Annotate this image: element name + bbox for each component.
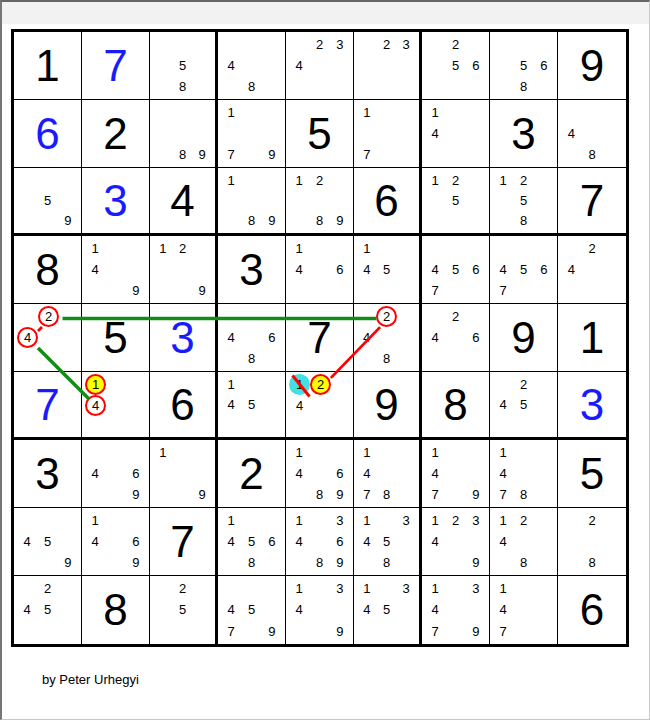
candidate-grid: 129 [150, 236, 215, 303]
candidate-grid: 1289 [286, 168, 353, 233]
cell-r1c1[interactable]: 1 [14, 32, 82, 100]
cell-r9c3[interactable]: 25 [150, 576, 218, 644]
cell-r4c8[interactable]: 4567 [490, 236, 558, 304]
cell-r4c2[interactable]: 149 [82, 236, 150, 304]
candidate-3: 3 [403, 38, 410, 51]
candidate-2: 2 [520, 514, 527, 527]
candidate-2: 2 [520, 378, 527, 391]
candidate-grid: 24 [558, 236, 626, 303]
candidate-2: 2 [310, 374, 331, 395]
candidate-4: 4 [568, 263, 575, 276]
candidate-grid: 149 [82, 236, 149, 303]
candidate-8: 8 [179, 148, 186, 161]
candidate-9: 9 [336, 488, 343, 501]
candidate-5: 5 [383, 535, 390, 548]
candidate-6: 6 [336, 535, 343, 548]
candidate-1: 1 [363, 106, 370, 119]
candidate-1: 1 [92, 514, 99, 527]
given-digit: 3 [511, 112, 535, 156]
candidate-grid: 124 [286, 372, 353, 437]
candidate-grid: 459 [14, 508, 81, 575]
candidate-4: 4 [432, 603, 439, 616]
candidate-8: 8 [520, 214, 527, 227]
given-digit: 9 [374, 383, 398, 427]
cell-r9c5[interactable]: 1349 [286, 576, 354, 644]
top-bar [2, 2, 649, 24]
cell-r2c3[interactable]: 89 [150, 100, 218, 168]
candidate-1: 1 [85, 374, 106, 395]
candidate-4: 4 [228, 59, 235, 72]
candidate-grid: 1258 [490, 168, 557, 233]
candidate-6: 6 [268, 535, 275, 548]
candidate-1: 1 [363, 514, 370, 527]
candidate-4: 4 [296, 603, 303, 616]
candidate-7: 7 [228, 148, 235, 161]
candidate-8: 8 [383, 556, 390, 569]
candidate-4: 4 [92, 263, 99, 276]
candidate-1: 1 [432, 582, 439, 595]
candidate-5: 5 [248, 603, 255, 616]
candidate-8: 8 [316, 488, 323, 501]
cell-r8c1[interactable]: 459 [14, 508, 82, 576]
candidate-1: 1 [500, 174, 507, 187]
candidate-9: 9 [472, 556, 479, 569]
given-digit: 5 [103, 316, 127, 360]
candidate-6: 6 [336, 263, 343, 276]
candidate-8: 8 [248, 352, 255, 365]
cell-r3c8[interactable]: 1258 [490, 168, 558, 236]
sudoku-app-window: 1758482342325656896289179517143485934189… [0, 0, 650, 720]
candidate-grid: 245 [490, 372, 557, 437]
cell-r5c5[interactable]: 7 [286, 304, 354, 372]
cell-r2c7[interactable]: 14 [422, 100, 490, 168]
candidate-grid: 89 [150, 100, 215, 167]
candidate-2: 2 [520, 174, 527, 187]
candidate-6: 6 [472, 331, 479, 344]
candidate-5: 5 [452, 59, 459, 72]
given-digit: 6 [170, 383, 194, 427]
cell-r7c4[interactable]: 2 [218, 440, 286, 508]
candidate-4: 4 [92, 535, 99, 548]
candidate-9: 9 [472, 488, 479, 501]
cell-r4c4[interactable]: 3 [218, 236, 286, 304]
candidate-grid: 1349 [286, 576, 353, 644]
candidate-4: 4 [432, 535, 439, 548]
candidate-grid: 147 [490, 576, 557, 644]
cell-r1c4[interactable]: 48 [218, 32, 286, 100]
candidate-4: 4 [24, 603, 31, 616]
given-digit: 6 [580, 588, 604, 632]
cell-r7c7[interactable]: 1479 [422, 440, 490, 508]
candidate-3: 3 [336, 38, 343, 51]
candidate-9: 9 [199, 488, 206, 501]
candidate-grid: 23 [354, 32, 419, 99]
candidate-4: 4 [296, 399, 303, 412]
candidate-4: 4 [296, 263, 303, 276]
candidate-1: 1 [363, 242, 370, 255]
candidate-grid: 13458 [354, 508, 419, 575]
cell-r6c6[interactable]: 9 [354, 372, 422, 440]
candidate-4: 4 [432, 127, 439, 140]
candidate-1: 1 [296, 582, 303, 595]
cell-r2c5[interactable]: 5 [286, 100, 354, 168]
candidate-4: 4 [228, 398, 235, 411]
candidate-2: 2 [179, 242, 186, 255]
candidate-7: 7 [432, 284, 439, 297]
candidate-1: 1 [289, 374, 310, 395]
candidate-grid: 59 [14, 168, 81, 233]
candidate-1: 1 [500, 514, 507, 527]
candidate-4: 4 [432, 263, 439, 276]
candidate-5: 5 [248, 535, 255, 548]
candidate-grid: 1345 [354, 576, 419, 644]
cell-r3c4[interactable]: 189 [218, 168, 286, 236]
cell-r9c9[interactable]: 6 [558, 576, 626, 644]
candidate-1: 1 [159, 242, 166, 255]
candidate-4: 4 [568, 127, 575, 140]
cell-r8c3[interactable]: 7 [150, 508, 218, 576]
given-digit: 9 [580, 44, 604, 88]
candidate-2: 2 [452, 38, 459, 51]
candidate-5: 5 [179, 59, 186, 72]
candidate-4: 4 [500, 398, 507, 411]
candidate-5: 5 [44, 535, 51, 548]
candidate-7: 7 [500, 284, 507, 297]
candidate-grid: 145 [218, 372, 285, 437]
candidate-4: 4 [228, 603, 235, 616]
cell-r9c8[interactable]: 147 [490, 576, 558, 644]
candidate-5: 5 [383, 263, 390, 276]
candidate-9: 9 [132, 556, 139, 569]
candidate-7: 7 [500, 625, 507, 638]
cell-r1c5[interactable]: 234 [286, 32, 354, 100]
cell-r1c8[interactable]: 568 [490, 32, 558, 100]
cell-r3c5[interactable]: 1289 [286, 168, 354, 236]
cell-r9c1[interactable]: 245 [14, 576, 82, 644]
candidate-2: 2 [588, 514, 595, 527]
candidate-8: 8 [520, 80, 527, 93]
candidate-grid: 25 [150, 576, 215, 644]
candidate-4: 4 [363, 535, 370, 548]
candidate-grid: 14689 [286, 440, 353, 507]
candidate-9: 9 [336, 556, 343, 569]
candidate-4: 4 [363, 263, 370, 276]
cell-r3c3[interactable]: 4 [150, 168, 218, 236]
candidate-9: 9 [268, 148, 275, 161]
candidate-grid: 1248 [490, 508, 557, 575]
candidate-3: 3 [336, 582, 343, 595]
candidate-grid: 189 [218, 168, 285, 233]
candidate-3: 3 [403, 514, 410, 527]
author-caption: by Peter Urhegyi [42, 672, 139, 687]
candidate-2: 2 [452, 174, 459, 187]
candidate-5: 5 [44, 194, 51, 207]
cell-r7c9[interactable]: 5 [558, 440, 626, 508]
candidate-1: 1 [159, 446, 166, 459]
candidate-5: 5 [520, 59, 527, 72]
candidate-5: 5 [452, 194, 459, 207]
given-digit: 8 [35, 248, 59, 292]
cell-r7c2[interactable]: 469 [82, 440, 150, 508]
cell-r6c1[interactable]: 7 [14, 372, 82, 440]
candidate-8: 8 [179, 80, 186, 93]
candidate-2: 2 [452, 514, 459, 527]
candidate-grid: 134689 [286, 508, 353, 575]
candidate-4: 4 [432, 331, 439, 344]
candidate-grid: 14 [82, 372, 149, 437]
given-digit: 9 [511, 316, 535, 360]
candidate-grid: 13479 [422, 576, 489, 644]
candidate-grid: 17 [354, 100, 419, 167]
candidate-1: 1 [363, 582, 370, 595]
candidate-grid: 24 [14, 304, 81, 371]
cell-r5c7[interactable]: 246 [422, 304, 490, 372]
sudoku-board: 1758482342325656896289179517143485934189… [11, 29, 629, 647]
cell-r9c6[interactable]: 1345 [354, 576, 422, 644]
candidate-1: 1 [296, 514, 303, 527]
cell-r4c7[interactable]: 4567 [422, 236, 490, 304]
cell-r6c9[interactable]: 3 [558, 372, 626, 440]
cell-r3c9[interactable]: 7 [558, 168, 626, 236]
candidate-4: 4 [500, 467, 507, 480]
candidate-9: 9 [64, 214, 71, 227]
cell-r5c4[interactable]: 468 [218, 304, 286, 372]
candidate-8: 8 [248, 556, 255, 569]
candidate-grid: 234 [286, 32, 353, 99]
candidate-9: 9 [199, 148, 206, 161]
candidate-6: 6 [132, 535, 139, 548]
candidate-4: 4 [296, 467, 303, 480]
cell-r2c9[interactable]: 48 [558, 100, 626, 168]
candidate-grid: 19 [150, 440, 215, 507]
cell-r8c2[interactable]: 1469 [82, 508, 150, 576]
candidate-7: 7 [363, 148, 370, 161]
cell-r2c1[interactable]: 6 [14, 100, 82, 168]
solved-digit: 3 [103, 179, 127, 223]
candidate-grid: 468 [218, 304, 285, 371]
candidate-1: 1 [228, 106, 235, 119]
candidate-4: 4 [85, 395, 106, 416]
cell-r2c8[interactable]: 3 [490, 100, 558, 168]
cell-r8c6[interactable]: 13458 [354, 508, 422, 576]
cell-r9c2[interactable]: 8 [82, 576, 150, 644]
cell-r7c5[interactable]: 14689 [286, 440, 354, 508]
cell-r1c7[interactable]: 256 [422, 32, 490, 100]
candidate-grid: 14 [422, 100, 489, 167]
candidate-3: 3 [472, 582, 479, 595]
cell-r3c2[interactable]: 3 [82, 168, 150, 236]
cell-r1c9[interactable]: 9 [558, 32, 626, 100]
candidate-1: 1 [228, 174, 235, 187]
candidate-grid: 14568 [218, 508, 285, 575]
candidate-9: 9 [132, 488, 139, 501]
candidate-9: 9 [268, 214, 275, 227]
candidate-3: 3 [472, 514, 479, 527]
candidate-grid: 246 [422, 304, 489, 371]
candidate-5: 5 [520, 263, 527, 276]
candidate-1: 1 [228, 514, 235, 527]
candidate-5: 5 [383, 603, 390, 616]
given-digit: 5 [307, 112, 331, 156]
given-digit: 8 [103, 588, 127, 632]
cell-r2c2[interactable]: 2 [82, 100, 150, 168]
candidate-2: 2 [383, 38, 390, 51]
candidate-grid: 4579 [218, 576, 285, 644]
given-digit: 7 [307, 316, 331, 360]
candidate-grid: 58 [150, 32, 215, 99]
cell-r2c6[interactable]: 17 [354, 100, 422, 168]
cell-r6c5[interactable]: 124 [286, 372, 354, 440]
cell-r9c4[interactable]: 4579 [218, 576, 286, 644]
candidate-9: 9 [64, 556, 71, 569]
candidate-grid: 145 [354, 236, 419, 303]
given-digit: 8 [443, 383, 467, 427]
cell-r7c1[interactable]: 3 [14, 440, 82, 508]
candidate-4: 4 [500, 263, 507, 276]
cell-r6c8[interactable]: 245 [490, 372, 558, 440]
candidate-2: 2 [452, 310, 459, 323]
candidate-grid: 4567 [422, 236, 489, 303]
candidate-1: 1 [432, 514, 439, 527]
candidate-7: 7 [363, 488, 370, 501]
candidate-4: 4 [296, 59, 303, 72]
candidate-5: 5 [179, 603, 186, 616]
candidate-4: 4 [296, 535, 303, 548]
candidate-grid: 4567 [490, 236, 557, 303]
cell-r7c6[interactable]: 1478 [354, 440, 422, 508]
candidate-2: 2 [44, 582, 51, 595]
candidate-4: 4 [228, 331, 235, 344]
candidate-6: 6 [268, 331, 275, 344]
candidate-6: 6 [540, 263, 547, 276]
candidate-1: 1 [296, 242, 303, 255]
candidate-5: 5 [248, 398, 255, 411]
candidate-2: 2 [316, 174, 323, 187]
candidate-2: 2 [38, 306, 59, 327]
candidate-3: 3 [336, 514, 343, 527]
candidate-8: 8 [248, 214, 255, 227]
candidate-9: 9 [199, 284, 206, 297]
cell-r8c5[interactable]: 134689 [286, 508, 354, 576]
given-digit: 3 [35, 452, 59, 496]
cell-r7c8[interactable]: 1478 [490, 440, 558, 508]
candidate-8: 8 [383, 352, 390, 365]
solved-digit: 3 [580, 383, 604, 427]
candidate-9: 9 [132, 284, 139, 297]
cell-r8c9[interactable]: 28 [558, 508, 626, 576]
candidate-4: 4 [92, 467, 99, 480]
candidate-grid: 48 [558, 100, 626, 167]
cell-r2c4[interactable]: 179 [218, 100, 286, 168]
cell-r4c9[interactable]: 24 [558, 236, 626, 304]
candidate-grid: 245 [14, 576, 81, 644]
candidate-6: 6 [472, 59, 479, 72]
cell-r3c6[interactable]: 6 [354, 168, 422, 236]
cell-r8c4[interactable]: 14568 [218, 508, 286, 576]
cell-r1c6[interactable]: 23 [354, 32, 422, 100]
cell-r1c3[interactable]: 58 [150, 32, 218, 100]
candidate-7: 7 [500, 488, 507, 501]
candidate-grid: 1478 [354, 440, 419, 507]
candidate-8: 8 [248, 80, 255, 93]
cell-r4c3[interactable]: 129 [150, 236, 218, 304]
candidate-1: 1 [296, 446, 303, 459]
candidate-1: 1 [500, 446, 507, 459]
candidate-6: 6 [472, 263, 479, 276]
candidate-grid: 28 [558, 508, 626, 575]
cell-r7c3[interactable]: 19 [150, 440, 218, 508]
candidate-grid: 469 [82, 440, 149, 507]
candidate-1: 1 [432, 174, 439, 187]
candidate-8: 8 [316, 214, 323, 227]
candidate-grid: 48 [218, 32, 285, 99]
cell-r5c3[interactable]: 3 [150, 304, 218, 372]
candidate-grid: 125 [422, 168, 489, 233]
candidate-7: 7 [432, 488, 439, 501]
cell-r4c1[interactable]: 8 [14, 236, 82, 304]
candidate-9: 9 [268, 625, 275, 638]
candidate-9: 9 [336, 625, 343, 638]
cell-r8c8[interactable]: 1248 [490, 508, 558, 576]
candidate-4: 4 [363, 467, 370, 480]
candidate-7: 7 [228, 625, 235, 638]
cell-r3c7[interactable]: 125 [422, 168, 490, 236]
cell-r3c1[interactable]: 59 [14, 168, 82, 236]
candidate-1: 1 [92, 242, 99, 255]
cell-r4c6[interactable]: 145 [354, 236, 422, 304]
candidate-grid: 1469 [82, 508, 149, 575]
given-digit: 2 [103, 112, 127, 156]
candidate-8: 8 [316, 556, 323, 569]
candidate-1: 1 [228, 378, 235, 391]
candidate-8: 8 [520, 556, 527, 569]
candidate-4: 4 [228, 535, 235, 548]
cell-r5c9[interactable]: 1 [558, 304, 626, 372]
cell-r6c4[interactable]: 145 [218, 372, 286, 440]
given-digit: 7 [170, 520, 194, 564]
solved-digit: 7 [103, 44, 127, 88]
candidate-4: 4 [17, 327, 38, 348]
given-digit: 5 [580, 452, 604, 496]
candidate-1: 1 [363, 446, 370, 459]
cell-r4c5[interactable]: 146 [286, 236, 354, 304]
cell-r5c6[interactable]: 248 [354, 304, 422, 372]
cell-r6c2[interactable]: 14 [82, 372, 150, 440]
given-digit: 1 [35, 44, 59, 88]
candidate-1: 1 [296, 174, 303, 187]
given-digit: 3 [239, 248, 263, 292]
cell-r8c7[interactable]: 12349 [422, 508, 490, 576]
solved-digit: 7 [35, 383, 59, 427]
candidate-2: 2 [588, 242, 595, 255]
given-digit: 1 [580, 316, 604, 360]
candidate-grid: 568 [490, 32, 557, 99]
candidate-grid: 179 [218, 100, 285, 167]
candidate-1: 1 [432, 106, 439, 119]
cell-r5c1[interactable]: 24 [14, 304, 82, 372]
cell-r1c2[interactable]: 7 [82, 32, 150, 100]
candidate-grid: 1479 [422, 440, 489, 507]
cell-r9c7[interactable]: 13479 [422, 576, 490, 644]
candidate-grid: 12349 [422, 508, 489, 575]
cell-r5c2[interactable]: 5 [82, 304, 150, 372]
candidate-grid: 248 [354, 304, 419, 371]
cell-r6c3[interactable]: 6 [150, 372, 218, 440]
cell-r5c8[interactable]: 9 [490, 304, 558, 372]
candidate-4: 4 [363, 603, 370, 616]
cell-r6c7[interactable]: 8 [422, 372, 490, 440]
candidate-8: 8 [520, 488, 527, 501]
